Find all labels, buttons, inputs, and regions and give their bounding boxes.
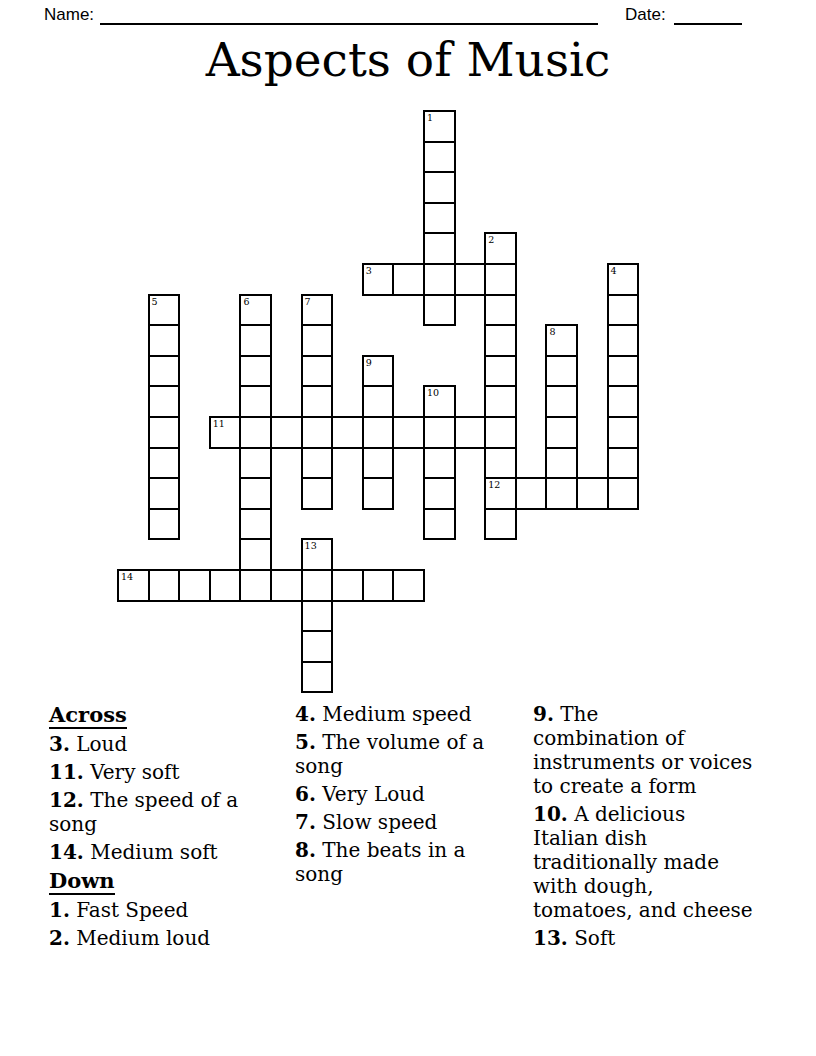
grid-cell[interactable]	[484, 263, 517, 296]
clue-text: Fast Speed	[76, 898, 188, 922]
clue-text: Very Loud	[322, 782, 425, 806]
grid-cell[interactable]	[148, 508, 181, 541]
grid-cell[interactable]	[239, 538, 272, 571]
clue-text: Medium soft	[90, 840, 217, 864]
clue-number: 11.	[49, 760, 84, 784]
cell-number: 5	[152, 296, 158, 307]
date-label: Date:	[625, 5, 666, 25]
clue-text: Slow speed	[322, 810, 437, 834]
grid-cell[interactable]	[148, 416, 181, 449]
clue-number: 7.	[295, 810, 316, 834]
grid-cell[interactable]	[362, 447, 395, 480]
clue: 6. Very Loud	[295, 782, 537, 806]
grid-cell[interactable]	[301, 569, 334, 602]
clue-text: Soft	[574, 926, 615, 950]
grid-cell[interactable]	[362, 416, 395, 449]
date-field: Date:	[625, 4, 742, 25]
grid-cell[interactable]	[484, 385, 517, 418]
grid-cell[interactable]	[607, 385, 640, 418]
grid-cell[interactable]	[607, 447, 640, 480]
heading-text: Across	[49, 702, 127, 729]
grid-cell[interactable]	[239, 569, 272, 602]
grid-cell[interactable]	[423, 416, 456, 449]
clue: 10. A delicious Italian dish traditional…	[533, 802, 775, 922]
clue: 8. The beats in a song	[295, 838, 537, 886]
grid-cell[interactable]	[423, 141, 456, 174]
cell-number: 14	[121, 571, 133, 582]
clue: 5. The volume of a song	[295, 730, 537, 778]
grid-cell[interactable]	[454, 263, 487, 296]
clue-number: 10.	[533, 802, 568, 826]
grid-cell[interactable]	[178, 569, 211, 602]
grid-cell[interactable]	[484, 416, 517, 449]
grid-cell[interactable]	[239, 477, 272, 510]
cell-number: 9	[366, 357, 372, 368]
grid-cell[interactable]	[239, 447, 272, 480]
grid-cell[interactable]: 1	[423, 110, 456, 143]
grid-cell[interactable]	[607, 324, 640, 357]
clue: 12. The speed of a song	[49, 788, 291, 836]
clue: 7. Slow speed	[295, 810, 537, 834]
grid-cell[interactable]	[301, 661, 334, 694]
page-title: Aspects of Music	[0, 34, 816, 86]
grid-cell[interactable]	[270, 416, 303, 449]
grid-cell[interactable]	[423, 447, 456, 480]
grid-cell[interactable]	[607, 294, 640, 327]
grid-cell[interactable]: 11	[209, 416, 242, 449]
clue: 11. Very soft	[49, 760, 291, 784]
grid-cell[interactable]: 2	[484, 232, 517, 265]
grid-cell[interactable]	[301, 355, 334, 388]
name-blank-line[interactable]	[100, 4, 598, 25]
grid-cell[interactable]	[545, 385, 578, 418]
clue-text: The volume of a song	[295, 730, 484, 778]
grid-cell[interactable]	[607, 355, 640, 388]
clue: 4. Medium speed	[295, 702, 537, 726]
grid-cell[interactable]: 8	[545, 324, 578, 357]
grid-cell[interactable]	[148, 447, 181, 480]
cell-number: 2	[488, 234, 494, 245]
grid-cell[interactable]	[423, 477, 456, 510]
grid-cell[interactable]	[301, 385, 334, 418]
grid-cell[interactable]	[484, 294, 517, 327]
grid-cell[interactable]	[545, 355, 578, 388]
grid-cell[interactable]	[423, 171, 456, 204]
clue: 14. Medium soft	[49, 840, 291, 864]
cell-number: 10	[427, 387, 439, 398]
grid-cell[interactable]: 13	[301, 538, 334, 571]
clue: 1. Fast Speed	[49, 898, 291, 922]
clue-number: 2.	[49, 926, 70, 950]
down-heading: Down	[49, 868, 291, 894]
grid-cell[interactable]	[454, 416, 487, 449]
cell-number: 8	[549, 326, 555, 337]
cell-number: 4	[611, 265, 617, 276]
grid-cell[interactable]	[301, 324, 334, 357]
grid-cell[interactable]	[545, 416, 578, 449]
grid-cell[interactable]: 6	[239, 294, 272, 327]
grid-cell[interactable]	[545, 477, 578, 510]
grid-cell[interactable]	[148, 355, 181, 388]
date-blank-line[interactable]	[674, 4, 742, 25]
heading-text: Down	[49, 868, 115, 895]
grid-cell[interactable]	[301, 416, 334, 449]
name-label: Name:	[44, 5, 94, 25]
grid-cell[interactable]	[392, 263, 425, 296]
grid-cell[interactable]	[331, 569, 364, 602]
clue: 3. Loud	[49, 732, 291, 756]
grid-cell[interactable]: 3	[362, 263, 395, 296]
grid-cell[interactable]	[301, 447, 334, 480]
grid-cell[interactable]	[484, 447, 517, 480]
cell-number: 1	[427, 112, 433, 123]
clue: 2. Medium loud	[49, 926, 291, 950]
clue-number: 4.	[295, 702, 316, 726]
grid-cell[interactable]	[301, 600, 334, 633]
grid-cell[interactable]	[423, 202, 456, 235]
worksheet-page: Name: Date: Aspects of Music 12345678910…	[0, 0, 816, 1056]
grid-cell[interactable]	[301, 630, 334, 663]
grid-cell[interactable]: 12	[484, 477, 517, 510]
grid-cell[interactable]	[301, 477, 334, 510]
grid-cell[interactable]	[239, 416, 272, 449]
grid-cell[interactable]	[239, 385, 272, 418]
grid-cell[interactable]: 14	[117, 569, 150, 602]
grid-cell[interactable]	[423, 508, 456, 541]
grid-cell[interactable]	[239, 508, 272, 541]
clue-number: 13.	[533, 926, 568, 950]
grid-cell[interactable]	[392, 416, 425, 449]
grid-cell[interactable]: 10	[423, 385, 456, 418]
clue-column: 4. Medium speed5. The volume of a song6.…	[295, 702, 537, 890]
crossword-grid: 1234567891011121314	[117, 110, 641, 695]
grid-cell[interactable]	[362, 477, 395, 510]
clue-text: Loud	[76, 732, 127, 756]
cell-number: 6	[243, 296, 249, 307]
grid-cell[interactable]	[484, 324, 517, 357]
clue-number: 8.	[295, 838, 316, 862]
grid-cell[interactable]	[148, 385, 181, 418]
grid-cell[interactable]	[423, 263, 456, 296]
header-bar: Name: Date:	[44, 4, 816, 30]
clue-number: 14.	[49, 840, 84, 864]
grid-cell[interactable]	[239, 324, 272, 357]
clue-text: The beats in a song	[295, 838, 465, 886]
grid-cell[interactable]	[576, 477, 609, 510]
grid-cell[interactable]	[362, 385, 395, 418]
grid-cell[interactable]	[239, 355, 272, 388]
grid-cell[interactable]	[148, 324, 181, 357]
clue-text: Very soft	[90, 760, 179, 784]
grid-cell[interactable]: 5	[148, 294, 181, 327]
grid-cell[interactable]	[484, 508, 517, 541]
clue-number: 12.	[49, 788, 84, 812]
clue-text: Medium loud	[76, 926, 210, 950]
cell-number: 13	[305, 540, 317, 551]
grid-cell[interactable]	[607, 477, 640, 510]
clue-number: 1.	[49, 898, 70, 922]
grid-cell[interactable]	[148, 477, 181, 510]
name-field: Name:	[44, 4, 598, 25]
grid-cell[interactable]	[484, 355, 517, 388]
grid-cell[interactable]	[270, 569, 303, 602]
cell-number: 3	[366, 265, 372, 276]
grid-cell[interactable]	[423, 232, 456, 265]
grid-cell[interactable]	[362, 569, 395, 602]
grid-cell[interactable]: 4	[607, 263, 640, 296]
clue-column: Across3. Loud11. Very soft12. The speed …	[49, 702, 291, 954]
clue-column: 9. The combination of instruments or voi…	[533, 702, 775, 954]
grid-cell[interactable]	[148, 569, 181, 602]
clue-number: 9.	[533, 702, 554, 726]
grid-cell[interactable]	[515, 477, 548, 510]
clue-text: The combination of instruments or voices…	[533, 702, 752, 798]
across-heading: Across	[49, 702, 291, 728]
grid-cell[interactable]: 9	[362, 355, 395, 388]
clue: 9. The combination of instruments or voi…	[533, 702, 775, 798]
cell-number: 11	[213, 418, 225, 429]
grid-cell[interactable]	[331, 416, 364, 449]
grid-cell[interactable]	[423, 294, 456, 327]
cell-number: 7	[305, 296, 311, 307]
clue-number: 5.	[295, 730, 316, 754]
clue-text: Medium speed	[322, 702, 471, 726]
grid-cell[interactable]: 7	[301, 294, 334, 327]
grid-cell[interactable]	[545, 447, 578, 480]
clue: 13. Soft	[533, 926, 775, 950]
clue-number: 3.	[49, 732, 70, 756]
grid-cell[interactable]	[392, 569, 425, 602]
grid-cell[interactable]	[209, 569, 242, 602]
cell-number: 12	[488, 479, 500, 490]
clue-number: 6.	[295, 782, 316, 806]
grid-cell[interactable]	[607, 416, 640, 449]
